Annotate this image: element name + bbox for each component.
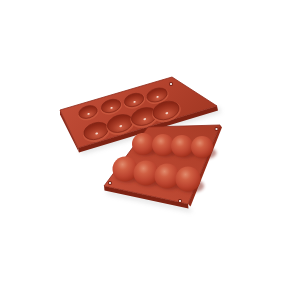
corner-hole [178, 199, 182, 203]
corner-hole [215, 127, 219, 131]
corner-hole [108, 181, 112, 185]
product-photo [0, 0, 300, 300]
molds-illustration [0, 0, 300, 300]
corner-hole [169, 82, 173, 86]
